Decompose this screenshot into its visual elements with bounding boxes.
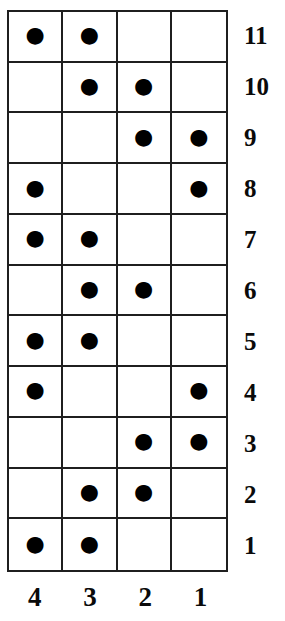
cell-r8-c1: ● [172, 164, 226, 215]
dot-mark: ● [80, 481, 99, 503]
row-label-9: 9 [238, 112, 285, 163]
dot-mark: ● [134, 481, 153, 503]
dot-mark: ● [189, 177, 208, 199]
cell-r9-c1: ● [172, 113, 226, 164]
cell-r4-c1: ● [172, 367, 226, 418]
col-label-4: 4 [7, 576, 62, 618]
cell-r2-c2: ● [118, 469, 172, 520]
cell-r4-c3 [63, 367, 117, 418]
cell-r1-c3: ● [63, 519, 117, 570]
dot-mark: ● [80, 533, 99, 555]
dot-mark: ● [134, 430, 153, 452]
cell-r10-c1 [172, 63, 226, 114]
dot-mark: ● [134, 75, 153, 97]
cell-r2-c1 [172, 469, 226, 520]
cell-r10-c4 [9, 63, 63, 114]
dot-mark: ● [80, 278, 99, 300]
cell-r6-c2: ● [118, 266, 172, 317]
cell-r10-c3: ● [63, 63, 117, 114]
cell-r3-c3 [63, 418, 117, 469]
dot-mark: ● [80, 24, 99, 46]
dot-mark: ● [189, 379, 208, 401]
cell-r10-c2: ● [118, 63, 172, 114]
cell-r4-c2 [118, 367, 172, 418]
cell-r2-c4 [9, 469, 63, 520]
cell-r9-c2: ● [118, 113, 172, 164]
weaving-draft-diagram: ●●●●●●●●●●●●●●●●●●●●●● 1110987654321 432… [0, 0, 285, 621]
cell-r9-c4 [9, 113, 63, 164]
cell-r5-c2 [118, 316, 172, 367]
cell-r11-c3: ● [63, 12, 117, 63]
cell-r6-c4 [9, 266, 63, 317]
dot-mark: ● [80, 75, 99, 97]
cell-r8-c2 [118, 164, 172, 215]
dot-mark: ● [26, 379, 45, 401]
row-label-1: 1 [238, 521, 285, 572]
row-label-4: 4 [238, 368, 285, 419]
cell-r1-c4: ● [9, 519, 63, 570]
cell-r6-c3: ● [63, 266, 117, 317]
dot-mark: ● [26, 24, 45, 46]
cell-r7-c3: ● [63, 215, 117, 266]
cell-r5-c3: ● [63, 316, 117, 367]
row-label-11: 11 [238, 10, 285, 61]
cell-r9-c3 [63, 113, 117, 164]
cell-r3-c2: ● [118, 418, 172, 469]
col-labels: 4321 [7, 576, 228, 618]
row-label-6: 6 [238, 265, 285, 316]
cell-r6-c1 [172, 266, 226, 317]
row-label-10: 10 [238, 61, 285, 112]
row-label-2: 2 [238, 470, 285, 521]
cell-r1-c2 [118, 519, 172, 570]
dot-mark: ● [26, 533, 45, 555]
dot-mark: ● [26, 227, 45, 249]
cell-r7-c2 [118, 215, 172, 266]
cell-r8-c3 [63, 164, 117, 215]
dot-mark: ● [80, 329, 99, 351]
col-label-2: 2 [118, 576, 173, 618]
cell-r5-c1 [172, 316, 226, 367]
cell-r3-c4 [9, 418, 63, 469]
dot-mark: ● [134, 126, 153, 148]
dot-mark: ● [26, 177, 45, 199]
cell-r1-c1 [172, 519, 226, 570]
cell-r3-c1: ● [172, 418, 226, 469]
row-label-5: 5 [238, 317, 285, 368]
row-labels: 1110987654321 [238, 10, 285, 572]
cell-r11-c4: ● [9, 12, 63, 63]
row-label-3: 3 [238, 419, 285, 470]
row-label-8: 8 [238, 163, 285, 214]
cell-r7-c4: ● [9, 215, 63, 266]
dot-mark: ● [189, 430, 208, 452]
col-label-3: 3 [62, 576, 117, 618]
cell-r2-c3: ● [63, 469, 117, 520]
row-label-7: 7 [238, 214, 285, 265]
cell-r11-c2 [118, 12, 172, 63]
dot-mark: ● [80, 227, 99, 249]
cell-r4-c4: ● [9, 367, 63, 418]
cell-r8-c4: ● [9, 164, 63, 215]
dot-mark: ● [26, 329, 45, 351]
dot-mark: ● [134, 278, 153, 300]
grid: ●●●●●●●●●●●●●●●●●●●●●● [7, 10, 228, 572]
cell-r7-c1 [172, 215, 226, 266]
dot-mark: ● [189, 126, 208, 148]
col-label-1: 1 [173, 576, 228, 618]
cell-r5-c4: ● [9, 316, 63, 367]
cell-r11-c1 [172, 12, 226, 63]
